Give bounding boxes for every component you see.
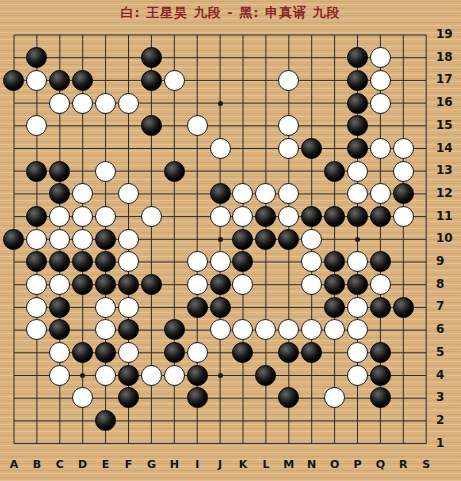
stone-O8: [324, 274, 345, 295]
stone-G8: [141, 274, 162, 295]
stone-I8: [187, 274, 208, 295]
stone-M15: [278, 115, 299, 136]
row-label-13: 13: [436, 163, 460, 177]
stone-Q12: [370, 183, 391, 204]
stone-F8: [118, 274, 139, 295]
stone-L12: [255, 183, 276, 204]
stone-O9: [324, 251, 345, 272]
stone-E2: [95, 410, 116, 431]
stone-P15: [347, 115, 368, 136]
row-label-14: 14: [436, 141, 460, 155]
stone-J11: [210, 206, 231, 227]
stone-M6: [278, 319, 299, 340]
stone-O3: [324, 387, 345, 408]
stone-F4: [118, 365, 139, 386]
go-board: [3, 24, 438, 455]
stone-P8: [347, 274, 368, 295]
stone-M11: [278, 206, 299, 227]
stone-B10: [26, 229, 47, 250]
col-label-P: P: [348, 458, 368, 471]
col-label-O: O: [325, 458, 345, 471]
stone-Q16: [370, 93, 391, 114]
stone-P11: [347, 206, 368, 227]
stone-J14: [210, 138, 231, 159]
stone-F5: [118, 342, 139, 363]
row-label-9: 9: [436, 254, 460, 268]
col-label-M: M: [279, 458, 299, 471]
stone-B9: [26, 251, 47, 272]
stone-P13: [347, 161, 368, 182]
stone-Q4: [370, 365, 391, 386]
stone-I4: [187, 365, 208, 386]
stone-F3: [118, 387, 139, 408]
stone-C10: [49, 229, 70, 250]
col-label-K: K: [233, 458, 253, 471]
stone-D17: [72, 70, 93, 91]
stone-R7: [393, 297, 414, 318]
row-label-11: 11: [436, 209, 460, 223]
stone-C12: [49, 183, 70, 204]
row-label-4: 4: [436, 368, 460, 382]
col-label-Q: Q: [370, 458, 390, 471]
stone-D16: [72, 93, 93, 114]
col-label-B: B: [27, 458, 47, 471]
col-label-C: C: [50, 458, 70, 471]
stone-G17: [141, 70, 162, 91]
stone-R12: [393, 183, 414, 204]
star-point-J10: [218, 237, 223, 242]
stone-D3: [72, 387, 93, 408]
stone-E6: [95, 319, 116, 340]
stone-Q3: [370, 387, 391, 408]
stone-B11: [26, 206, 47, 227]
stone-D9: [72, 251, 93, 272]
stone-C6: [49, 319, 70, 340]
stone-L11: [255, 206, 276, 227]
stone-F6: [118, 319, 139, 340]
stone-E5: [95, 342, 116, 363]
row-label-7: 7: [436, 299, 460, 313]
stone-I3: [187, 387, 208, 408]
stone-D12: [72, 183, 93, 204]
row-label-2: 2: [436, 413, 460, 427]
stone-K10: [232, 229, 253, 250]
stone-B17: [26, 70, 47, 91]
stone-N11: [301, 206, 322, 227]
stone-F12: [118, 183, 139, 204]
go-game-screen: 白: 王星昊 九段 - 黑: 申真谞 九段 ABCDEFGHIJKLMNOPQR…: [0, 0, 461, 481]
row-label-17: 17: [436, 72, 460, 86]
stone-F9: [118, 251, 139, 272]
stone-F10: [118, 229, 139, 250]
col-label-G: G: [141, 458, 161, 471]
stone-E16: [95, 93, 116, 114]
stone-B13: [26, 161, 47, 182]
stone-R11: [393, 206, 414, 227]
stone-J8: [210, 274, 231, 295]
star-point-D4: [80, 373, 85, 378]
row-label-19: 19: [436, 27, 460, 41]
col-label-F: F: [119, 458, 139, 471]
stone-I5: [187, 342, 208, 363]
stone-Q9: [370, 251, 391, 272]
stone-R13: [393, 161, 414, 182]
stone-Q18: [370, 47, 391, 68]
stone-J7: [210, 297, 231, 318]
stone-L4: [255, 365, 276, 386]
row-label-12: 12: [436, 186, 460, 200]
stone-B18: [26, 47, 47, 68]
stone-Q17: [370, 70, 391, 91]
stone-P7: [347, 297, 368, 318]
stone-P14: [347, 138, 368, 159]
stone-J12: [210, 183, 231, 204]
stone-N5: [301, 342, 322, 363]
col-label-N: N: [302, 458, 322, 471]
stone-I9: [187, 251, 208, 272]
stone-P17: [347, 70, 368, 91]
stone-M5: [278, 342, 299, 363]
stone-M3: [278, 387, 299, 408]
stone-D8: [72, 274, 93, 295]
stone-H4: [164, 365, 185, 386]
row-label-5: 5: [436, 345, 460, 359]
stone-O11: [324, 206, 345, 227]
stone-M17: [278, 70, 299, 91]
row-label-16: 16: [436, 95, 460, 109]
stone-C7: [49, 297, 70, 318]
stone-N6: [301, 319, 322, 340]
stone-N10: [301, 229, 322, 250]
stone-P4: [347, 365, 368, 386]
stone-Q8: [370, 274, 391, 295]
col-label-S: S: [416, 458, 436, 471]
row-label-6: 6: [436, 322, 460, 336]
stone-O7: [324, 297, 345, 318]
stone-O13: [324, 161, 345, 182]
stone-M10: [278, 229, 299, 250]
stone-J6: [210, 319, 231, 340]
stone-G15: [141, 115, 162, 136]
col-label-L: L: [256, 458, 276, 471]
stone-I7: [187, 297, 208, 318]
stone-K9: [232, 251, 253, 272]
stone-L10: [255, 229, 276, 250]
stone-G11: [141, 206, 162, 227]
stone-H6: [164, 319, 185, 340]
stone-H17: [164, 70, 185, 91]
stone-Q14: [370, 138, 391, 159]
stone-K6: [232, 319, 253, 340]
stone-P9: [347, 251, 368, 272]
col-label-E: E: [96, 458, 116, 471]
stone-N9: [301, 251, 322, 272]
stone-E7: [95, 297, 116, 318]
stone-D5: [72, 342, 93, 363]
stone-I15: [187, 115, 208, 136]
stone-C8: [49, 274, 70, 295]
stone-P5: [347, 342, 368, 363]
stone-M14: [278, 138, 299, 159]
stone-F16: [118, 93, 139, 114]
stone-E13: [95, 161, 116, 182]
stone-K12: [232, 183, 253, 204]
stone-D11: [72, 206, 93, 227]
col-label-R: R: [393, 458, 413, 471]
stone-Q7: [370, 297, 391, 318]
stone-P16: [347, 93, 368, 114]
row-label-15: 15: [436, 118, 460, 132]
stone-P12: [347, 183, 368, 204]
stone-Q5: [370, 342, 391, 363]
stone-M12: [278, 183, 299, 204]
stone-H13: [164, 161, 185, 182]
stone-D10: [72, 229, 93, 250]
stone-N14: [301, 138, 322, 159]
stone-E10: [95, 229, 116, 250]
stone-B15: [26, 115, 47, 136]
stone-K8: [232, 274, 253, 295]
stone-P6: [347, 319, 368, 340]
stone-B6: [26, 319, 47, 340]
stone-F7: [118, 297, 139, 318]
stone-K5: [232, 342, 253, 363]
stone-E4: [95, 365, 116, 386]
star-point-J16: [218, 101, 223, 106]
stone-A10: [3, 229, 24, 250]
col-label-H: H: [164, 458, 184, 471]
stone-J9: [210, 251, 231, 272]
stone-B8: [26, 274, 47, 295]
stone-C11: [49, 206, 70, 227]
stone-C9: [49, 251, 70, 272]
stone-G18: [141, 47, 162, 68]
col-label-A: A: [4, 458, 24, 471]
row-label-8: 8: [436, 277, 460, 291]
row-label-1: 1: [436, 436, 460, 450]
stone-C5: [49, 342, 70, 363]
col-label-D: D: [73, 458, 93, 471]
col-label-J: J: [210, 458, 230, 471]
stone-C17: [49, 70, 70, 91]
stone-A17: [3, 70, 24, 91]
stone-C16: [49, 93, 70, 114]
stone-K11: [232, 206, 253, 227]
stone-O6: [324, 319, 345, 340]
stone-E9: [95, 251, 116, 272]
stone-P18: [347, 47, 368, 68]
stone-G4: [141, 365, 162, 386]
stone-E11: [95, 206, 116, 227]
col-label-I: I: [187, 458, 207, 471]
stone-H5: [164, 342, 185, 363]
row-label-18: 18: [436, 50, 460, 64]
row-label-3: 3: [436, 390, 460, 404]
stone-E8: [95, 274, 116, 295]
stone-C4: [49, 365, 70, 386]
row-label-10: 10: [436, 231, 460, 245]
stone-Q11: [370, 206, 391, 227]
stone-B7: [26, 297, 47, 318]
star-point-P10: [355, 237, 360, 242]
stone-R14: [393, 138, 414, 159]
stone-L6: [255, 319, 276, 340]
star-point-J4: [218, 373, 223, 378]
stone-C13: [49, 161, 70, 182]
stone-N8: [301, 274, 322, 295]
